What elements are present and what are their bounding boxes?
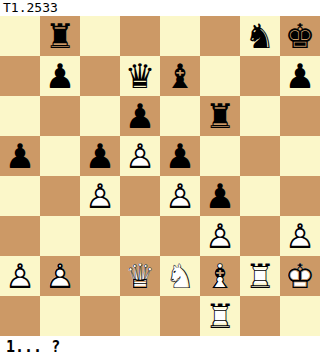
square-f4[interactable]: ♟ xyxy=(200,176,240,216)
square-e4[interactable]: ♟♙ xyxy=(160,176,200,216)
piece-white-pawn: ♟♙ xyxy=(200,216,240,256)
square-f8[interactable] xyxy=(200,16,240,56)
square-h3[interactable]: ♟♙ xyxy=(280,216,320,256)
piece-black-pawn: ♟ xyxy=(280,56,320,96)
square-h1[interactable] xyxy=(280,296,320,336)
square-c5[interactable]: ♟ xyxy=(80,136,120,176)
piece-white-pawn: ♟♙ xyxy=(0,256,40,296)
square-h5[interactable] xyxy=(280,136,320,176)
piece-white-knight: ♞♘ xyxy=(160,256,200,296)
square-a1[interactable] xyxy=(0,296,40,336)
square-a5[interactable]: ♟ xyxy=(0,136,40,176)
square-c8[interactable] xyxy=(80,16,120,56)
square-g3[interactable] xyxy=(240,216,280,256)
square-h6[interactable] xyxy=(280,96,320,136)
square-f3[interactable]: ♟♙ xyxy=(200,216,240,256)
piece-white-rook: ♜♖ xyxy=(240,256,280,296)
square-d6[interactable]: ♟ xyxy=(120,96,160,136)
square-e6[interactable] xyxy=(160,96,200,136)
piece-white-pawn: ♟♙ xyxy=(80,176,120,216)
piece-black-pawn: ♟ xyxy=(120,96,160,136)
piece-black-rook: ♜ xyxy=(200,96,240,136)
square-b5[interactable] xyxy=(40,136,80,176)
square-c6[interactable] xyxy=(80,96,120,136)
piece-black-pawn: ♟ xyxy=(0,136,40,176)
square-a2[interactable]: ♟♙ xyxy=(0,256,40,296)
square-f5[interactable] xyxy=(200,136,240,176)
square-g1[interactable] xyxy=(240,296,280,336)
square-e8[interactable] xyxy=(160,16,200,56)
piece-black-pawn: ♟ xyxy=(160,136,200,176)
square-g8[interactable]: ♞ xyxy=(240,16,280,56)
square-e3[interactable] xyxy=(160,216,200,256)
piece-white-pawn: ♟♙ xyxy=(160,176,200,216)
square-a3[interactable] xyxy=(0,216,40,256)
square-b2[interactable]: ♟♙ xyxy=(40,256,80,296)
piece-white-queen: ♛♕ xyxy=(120,256,160,296)
square-h2[interactable]: ♚♔ xyxy=(280,256,320,296)
square-f2[interactable]: ♝♗ xyxy=(200,256,240,296)
piece-black-pawn: ♟ xyxy=(40,56,80,96)
square-g5[interactable] xyxy=(240,136,280,176)
square-f7[interactable] xyxy=(200,56,240,96)
square-d7[interactable]: ♛ xyxy=(120,56,160,96)
square-a8[interactable] xyxy=(0,16,40,56)
piece-black-bishop: ♝ xyxy=(160,56,200,96)
square-d1[interactable] xyxy=(120,296,160,336)
square-g4[interactable] xyxy=(240,176,280,216)
square-e1[interactable] xyxy=(160,296,200,336)
square-h8[interactable]: ♚ xyxy=(280,16,320,56)
puzzle-title: T1.2533 xyxy=(0,0,320,16)
piece-white-rook: ♜♖ xyxy=(200,296,240,336)
square-b1[interactable] xyxy=(40,296,80,336)
square-e2[interactable]: ♞♘ xyxy=(160,256,200,296)
piece-black-knight: ♞ xyxy=(240,16,280,56)
square-g7[interactable] xyxy=(240,56,280,96)
piece-white-bishop: ♝♗ xyxy=(200,256,240,296)
square-a6[interactable] xyxy=(0,96,40,136)
square-b4[interactable] xyxy=(40,176,80,216)
piece-white-king: ♚♔ xyxy=(280,256,320,296)
square-e7[interactable]: ♝ xyxy=(160,56,200,96)
square-e5[interactable]: ♟ xyxy=(160,136,200,176)
square-d5[interactable]: ♟♙ xyxy=(120,136,160,176)
square-h7[interactable]: ♟ xyxy=(280,56,320,96)
square-f6[interactable]: ♜ xyxy=(200,96,240,136)
piece-black-queen: ♛ xyxy=(120,56,160,96)
square-g6[interactable] xyxy=(240,96,280,136)
square-b3[interactable] xyxy=(40,216,80,256)
square-b7[interactable]: ♟ xyxy=(40,56,80,96)
square-d4[interactable] xyxy=(120,176,160,216)
move-prompt: 1... ? xyxy=(0,336,320,360)
square-c4[interactable]: ♟♙ xyxy=(80,176,120,216)
piece-black-king: ♚ xyxy=(280,16,320,56)
square-c1[interactable] xyxy=(80,296,120,336)
square-c3[interactable] xyxy=(80,216,120,256)
square-d3[interactable] xyxy=(120,216,160,256)
square-h4[interactable] xyxy=(280,176,320,216)
square-d2[interactable]: ♛♕ xyxy=(120,256,160,296)
square-f1[interactable]: ♜♖ xyxy=(200,296,240,336)
square-b8[interactable]: ♜ xyxy=(40,16,80,56)
piece-black-rook: ♜ xyxy=(40,16,80,56)
square-a4[interactable] xyxy=(0,176,40,216)
square-c2[interactable] xyxy=(80,256,120,296)
piece-black-pawn: ♟ xyxy=(80,136,120,176)
square-a7[interactable] xyxy=(0,56,40,96)
piece-black-pawn: ♟ xyxy=(200,176,240,216)
piece-white-pawn: ♟♙ xyxy=(40,256,80,296)
piece-white-pawn: ♟♙ xyxy=(280,216,320,256)
square-g2[interactable]: ♜♖ xyxy=(240,256,280,296)
piece-white-pawn: ♟♙ xyxy=(120,136,160,176)
square-d8[interactable] xyxy=(120,16,160,56)
square-b6[interactable] xyxy=(40,96,80,136)
chess-board: ♜♞♚♟♛♝♟♟♜♟♟♟♙♟♟♙♟♙♟♟♙♟♙♟♙♟♙♛♕♞♘♝♗♜♖♚♔♜♖ xyxy=(0,16,320,336)
square-c7[interactable] xyxy=(80,56,120,96)
